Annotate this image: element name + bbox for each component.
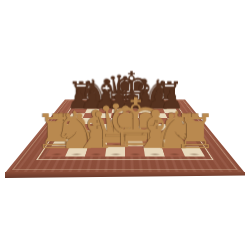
square-h1: ♜ <box>180 147 205 157</box>
chessboard-photo: ♜♞♝♛♚♝♞♜♟♟♟♟♟♟♟♟♟♟♟♟♟♟♟♟♜♞♝♛♚♝♞♜ <box>0 0 250 250</box>
piece-white-rook: ♜ <box>173 108 216 156</box>
board-squares: ♜♞♝♛♚♝♞♜♟♟♟♟♟♟♟♟♟♟♟♟♟♟♟♟♜♞♝♛♚♝♞♜ <box>45 104 205 156</box>
chess-board: ♜♞♝♛♚♝♞♜♟♟♟♟♟♟♟♟♟♟♟♟♟♟♟♟♜♞♝♛♚♝♞♜ <box>5 100 245 173</box>
